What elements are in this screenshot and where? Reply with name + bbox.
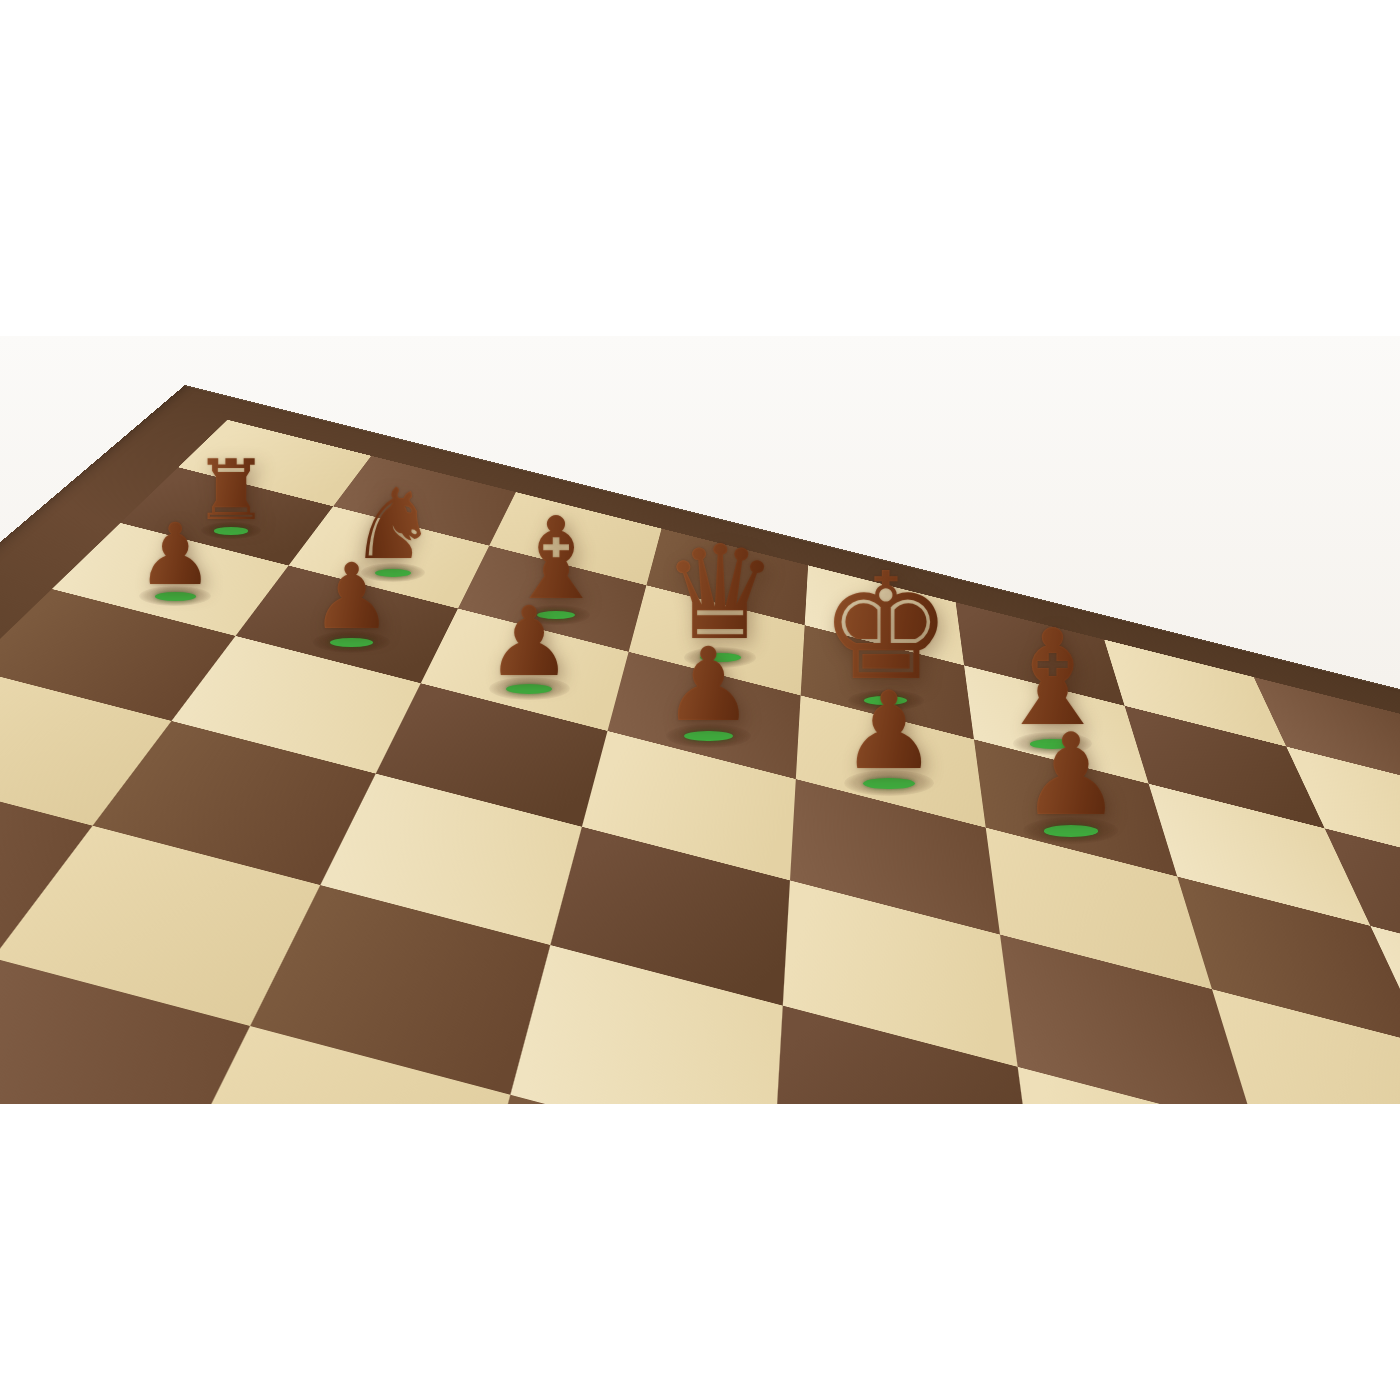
pawn-glyph: ♟ [841,677,937,784]
photo-scene: ♜♞♟♝♟♛♟♚♟♝♟♟ [0,336,1400,1104]
pawn-glyph: ♟ [137,512,213,597]
pawn-glyph: ♟ [1020,719,1122,832]
product-photo-canvas: ♜♞♟♝♟♛♟♚♟♝♟♟ [0,0,1400,1400]
photo-backdrop: ♜♞♟♝♟♛♟♚♟♝♟♟ [0,336,1400,1104]
pawn-glyph: ♟ [663,635,754,737]
pawn-glyph: ♟ [486,594,572,690]
pawn-glyph: ♟ [311,553,392,644]
